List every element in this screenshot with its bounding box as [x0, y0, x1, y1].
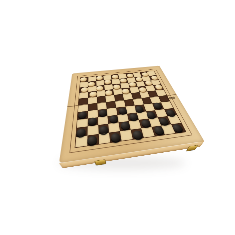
dark-piece	[165, 109, 176, 116]
square	[171, 123, 185, 133]
dark-piece	[153, 102, 163, 109]
square	[79, 98, 88, 105]
square	[97, 109, 107, 117]
square	[146, 110, 158, 119]
square	[88, 103, 98, 111]
dark-piece	[135, 106, 145, 113]
square	[168, 115, 181, 124]
square	[164, 108, 177, 116]
dark-piece	[132, 130, 143, 139]
square	[117, 114, 128, 123]
square	[76, 127, 87, 138]
square	[98, 133, 110, 144]
square	[141, 127, 154, 138]
logo-stamp	[169, 96, 176, 99]
square	[77, 111, 87, 120]
dark-piece	[146, 111, 156, 118]
square	[139, 119, 152, 129]
dark-piece	[88, 117, 97, 125]
square	[120, 130, 133, 141]
brass-hinge-right	[186, 145, 198, 151]
dark-piece	[129, 113, 139, 120]
dark-piece	[88, 135, 98, 145]
square	[135, 104, 146, 112]
square	[97, 102, 107, 110]
square	[109, 131, 121, 142]
dark-piece	[99, 109, 108, 116]
dark-piece	[110, 132, 120, 141]
dark-piece	[120, 121, 130, 129]
square	[161, 124, 175, 134]
square	[115, 100, 125, 108]
dark-piece	[158, 117, 169, 125]
square	[88, 117, 99, 126]
square	[144, 103, 156, 111]
square	[75, 136, 87, 148]
square	[108, 115, 119, 124]
square	[137, 111, 149, 120]
square	[148, 118, 161, 127]
square	[87, 134, 99, 146]
square	[155, 109, 167, 118]
square	[108, 123, 120, 133]
dark-piece	[109, 115, 118, 123]
square	[106, 101, 116, 109]
square	[77, 118, 88, 128]
square	[88, 110, 98, 119]
square	[158, 116, 171, 125]
square	[152, 102, 164, 110]
dark-piece	[171, 124, 183, 133]
square	[98, 116, 109, 125]
dark-piece	[153, 126, 165, 135]
dark-piece	[76, 128, 86, 137]
square	[151, 126, 165, 136]
square	[131, 128, 144, 139]
dark-piece	[78, 111, 87, 118]
square	[88, 97, 97, 104]
square	[78, 104, 88, 112]
dark-piece	[118, 107, 127, 114]
dark-piece	[141, 119, 152, 127]
square	[98, 124, 109, 134]
square	[87, 125, 98, 135]
square	[129, 120, 141, 130]
square	[127, 112, 139, 121]
square	[125, 105, 136, 113]
square	[161, 101, 173, 109]
square	[107, 108, 118, 116]
square	[119, 121, 131, 131]
dark-piece	[99, 125, 109, 134]
product-photo	[0, 0, 235, 235]
draughts-board	[59, 66, 204, 164]
square	[124, 99, 135, 106]
square	[116, 106, 127, 114]
